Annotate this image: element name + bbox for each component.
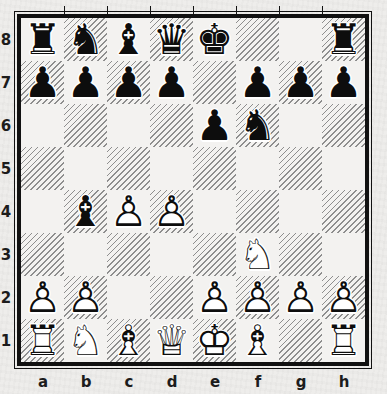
file-label-c: c (108, 370, 151, 394)
square-e3 (193, 233, 236, 276)
square-b6 (64, 104, 107, 147)
piece-white-rook: ♖ (21, 319, 64, 362)
square-f1: ♝♗ (236, 319, 279, 362)
square-g6 (279, 104, 322, 147)
square-f2: ♟♙ (236, 276, 279, 319)
square-e8: ♚♚ (193, 18, 236, 61)
board-tick (107, 6, 109, 17)
rank-label-2: 2 (0, 277, 12, 320)
piece-glyph-fill: ♞ (64, 18, 107, 61)
square-d6 (150, 104, 193, 147)
board-tick (322, 6, 324, 17)
file-label-g: g (280, 370, 323, 394)
rank-label-1: 1 (0, 320, 12, 363)
square-e7 (193, 61, 236, 104)
piece-glyph-fill: ♜ (322, 319, 365, 362)
rank-label-4: 4 (0, 191, 12, 234)
rank-label-8: 8 (0, 19, 12, 62)
board-tick (279, 6, 281, 17)
square-c3 (107, 233, 150, 276)
square-c4: ♟♙ (107, 190, 150, 233)
piece-glyph-fill: ♟ (21, 276, 64, 319)
piece-glyph-fill: ♟ (150, 190, 193, 233)
piece-glyph-fill: ♜ (322, 18, 365, 61)
square-d4: ♟♙ (150, 190, 193, 233)
square-g5 (279, 147, 322, 190)
piece-glyph-fill: ♞ (236, 233, 279, 276)
piece-glyph-fill: ♟ (150, 61, 193, 104)
piece-black-pawn: ♟ (107, 61, 150, 104)
square-b1: ♞♘ (64, 319, 107, 362)
square-c5 (107, 147, 150, 190)
square-f8 (236, 18, 279, 61)
rank-label-7: 7 (0, 62, 12, 105)
file-label-b: b (65, 370, 108, 394)
chess-board: ♜♜♞♞♝♝♛♛♚♚♜♜♟♟♟♟♟♟♟♟♟♟♟♟♟♟♟♟♞♞♝♝♟♙♟♙♞♘♟♙… (21, 18, 365, 362)
piece-black-pawn: ♟ (236, 61, 279, 104)
square-b4: ♝♝ (64, 190, 107, 233)
board-tick (193, 6, 195, 17)
square-d1: ♛♕ (150, 319, 193, 362)
piece-black-pawn: ♟ (64, 61, 107, 104)
square-c8: ♝♝ (107, 18, 150, 61)
square-d5 (150, 147, 193, 190)
piece-white-knight: ♘ (64, 319, 107, 362)
piece-glyph-fill: ♞ (64, 319, 107, 362)
piece-glyph-fill: ♟ (322, 276, 365, 319)
piece-glyph-fill: ♟ (64, 61, 107, 104)
square-e6: ♟♟ (193, 104, 236, 147)
piece-white-pawn: ♙ (279, 276, 322, 319)
square-a1: ♜♖ (21, 319, 64, 362)
board-tick (150, 6, 152, 17)
square-a2: ♟♙ (21, 276, 64, 319)
piece-black-pawn: ♟ (322, 61, 365, 104)
piece-white-bishop: ♗ (107, 319, 150, 362)
square-b3 (64, 233, 107, 276)
piece-glyph-fill: ♛ (150, 319, 193, 362)
rank-label-3: 3 (0, 234, 12, 277)
piece-black-bishop: ♝ (64, 190, 107, 233)
piece-glyph-fill: ♝ (107, 319, 150, 362)
square-b7: ♟♟ (64, 61, 107, 104)
square-c2 (107, 276, 150, 319)
piece-white-queen: ♕ (150, 319, 193, 362)
piece-glyph-fill: ♟ (236, 61, 279, 104)
square-h8: ♜♜ (322, 18, 365, 61)
piece-white-pawn: ♙ (64, 276, 107, 319)
piece-glyph-fill: ♜ (21, 18, 64, 61)
piece-white-pawn: ♙ (150, 190, 193, 233)
file-label-d: d (151, 370, 194, 394)
piece-black-pawn: ♟ (150, 61, 193, 104)
square-e5 (193, 147, 236, 190)
square-e2: ♟♙ (193, 276, 236, 319)
square-e1: ♚♔ (193, 319, 236, 362)
square-d2 (150, 276, 193, 319)
piece-black-bishop: ♝ (107, 18, 150, 61)
piece-white-knight: ♘ (236, 233, 279, 276)
piece-black-pawn: ♟ (279, 61, 322, 104)
file-label-e: e (194, 370, 237, 394)
board-tick (236, 6, 238, 17)
piece-white-rook: ♖ (322, 319, 365, 362)
square-b5 (64, 147, 107, 190)
square-d8: ♛♛ (150, 18, 193, 61)
square-h1: ♜♖ (322, 319, 365, 362)
piece-glyph-fill: ♝ (236, 319, 279, 362)
square-a7: ♟♟ (21, 61, 64, 104)
square-a6 (21, 104, 64, 147)
piece-glyph-fill: ♜ (21, 319, 64, 362)
square-f5 (236, 147, 279, 190)
square-c6 (107, 104, 150, 147)
square-g7: ♟♟ (279, 61, 322, 104)
board-tick (64, 6, 66, 17)
piece-black-pawn: ♟ (21, 61, 64, 104)
piece-glyph-fill: ♟ (107, 61, 150, 104)
square-a5 (21, 147, 64, 190)
piece-glyph-fill: ♚ (193, 319, 236, 362)
square-d7: ♟♟ (150, 61, 193, 104)
square-h2: ♟♙ (322, 276, 365, 319)
piece-black-knight: ♞ (64, 18, 107, 61)
square-c1: ♝♗ (107, 319, 150, 362)
rank-label-6: 6 (0, 105, 12, 148)
piece-glyph-fill: ♟ (279, 276, 322, 319)
square-h7: ♟♟ (322, 61, 365, 104)
square-g3 (279, 233, 322, 276)
square-h6 (322, 104, 365, 147)
piece-black-pawn: ♟ (193, 104, 236, 147)
chess-diagram: 8 7 6 5 4 3 2 1 ♜♜♞♞♝♝♛♛♚♚♜♜♟♟♟♟♟♟♟♟♟♟♟♟… (0, 0, 387, 394)
chess-board-border: ♜♜♞♞♝♝♛♛♚♚♜♜♟♟♟♟♟♟♟♟♟♟♟♟♟♟♟♟♞♞♝♝♟♙♟♙♞♘♟♙… (17, 14, 369, 366)
file-label-a: a (22, 370, 65, 394)
piece-black-rook: ♜ (21, 18, 64, 61)
piece-white-pawn: ♙ (236, 276, 279, 319)
piece-glyph-fill: ♟ (322, 61, 365, 104)
square-h3 (322, 233, 365, 276)
piece-white-pawn: ♙ (193, 276, 236, 319)
square-g1 (279, 319, 322, 362)
square-a3 (21, 233, 64, 276)
piece-glyph-fill: ♝ (64, 190, 107, 233)
piece-black-king: ♚ (193, 18, 236, 61)
square-f7: ♟♟ (236, 61, 279, 104)
piece-glyph-fill: ♟ (193, 104, 236, 147)
piece-glyph-fill: ♟ (21, 61, 64, 104)
piece-white-pawn: ♙ (322, 276, 365, 319)
piece-black-queen: ♛ (150, 18, 193, 61)
square-a8: ♜♜ (21, 18, 64, 61)
square-g8 (279, 18, 322, 61)
square-f4 (236, 190, 279, 233)
file-label-h: h (323, 370, 366, 394)
square-b8: ♞♞ (64, 18, 107, 61)
square-a4 (21, 190, 64, 233)
piece-glyph-fill: ♛ (150, 18, 193, 61)
file-label-f: f (237, 370, 280, 394)
square-f6: ♞♞ (236, 104, 279, 147)
piece-glyph-fill: ♟ (193, 276, 236, 319)
square-c7: ♟♟ (107, 61, 150, 104)
piece-glyph-fill: ♝ (107, 18, 150, 61)
file-labels: a b c d e f g h (22, 370, 366, 394)
square-g2: ♟♙ (279, 276, 322, 319)
piece-glyph-fill: ♟ (279, 61, 322, 104)
piece-white-king: ♔ (193, 319, 236, 362)
chess-board-frame: ♜♜♞♞♝♝♛♛♚♚♜♜♟♟♟♟♟♟♟♟♟♟♟♟♟♟♟♟♞♞♝♝♟♙♟♙♞♘♟♙… (14, 11, 372, 369)
square-g4 (279, 190, 322, 233)
piece-glyph-fill: ♚ (193, 18, 236, 61)
square-e4 (193, 190, 236, 233)
rank-label-5: 5 (0, 148, 12, 191)
piece-glyph-fill: ♟ (64, 276, 107, 319)
square-h4 (322, 190, 365, 233)
piece-black-knight: ♞ (236, 104, 279, 147)
square-f3: ♞♘ (236, 233, 279, 276)
piece-black-rook: ♜ (322, 18, 365, 61)
square-h5 (322, 147, 365, 190)
piece-glyph-fill: ♟ (107, 190, 150, 233)
piece-white-pawn: ♙ (107, 190, 150, 233)
piece-glyph-fill: ♞ (236, 104, 279, 147)
square-b2: ♟♙ (64, 276, 107, 319)
rank-labels: 8 7 6 5 4 3 2 1 (0, 19, 12, 363)
piece-white-bishop: ♗ (236, 319, 279, 362)
square-d3 (150, 233, 193, 276)
piece-glyph-fill: ♟ (236, 276, 279, 319)
piece-white-pawn: ♙ (21, 276, 64, 319)
